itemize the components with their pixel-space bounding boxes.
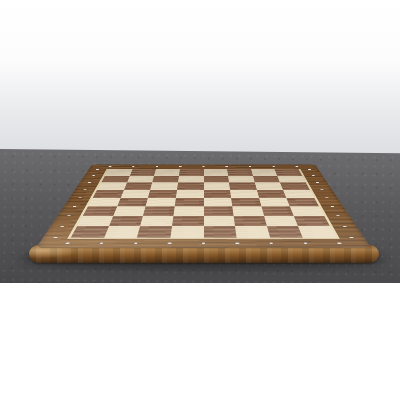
board-front-edge [29,245,379,263]
photo-area [0,0,400,283]
wall-background [0,0,400,156]
product-photo-canvas [0,0,400,400]
